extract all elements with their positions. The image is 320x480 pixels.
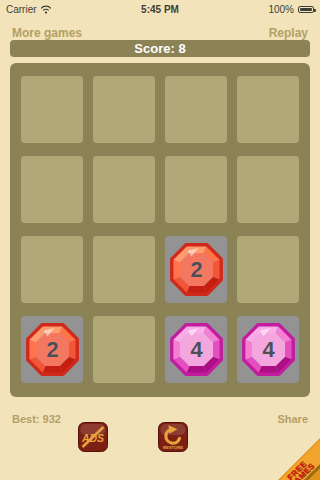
- no-ads-icon: ADS: [78, 422, 108, 452]
- empty-cell: [165, 76, 227, 143]
- more-games-button[interactable]: More games: [12, 26, 82, 40]
- nav-row: More games Replay: [12, 26, 308, 40]
- empty-cell: [93, 316, 155, 383]
- svg-text:2: 2: [46, 337, 58, 362]
- restore-label: RESTORE: [163, 445, 183, 450]
- empty-cell: [237, 236, 299, 303]
- battery-percent: 100%: [268, 4, 294, 15]
- battery-icon: [298, 6, 314, 13]
- empty-cell: [237, 156, 299, 223]
- empty-cell: [165, 156, 227, 223]
- tile-4: 4 4: [237, 316, 299, 383]
- svg-text:4: 4: [190, 337, 203, 362]
- empty-cell: [93, 76, 155, 143]
- restore-icon: RESTORE: [158, 422, 188, 452]
- empty-cell: [93, 236, 155, 303]
- status-bar: Carrier 5:45 PM 100%: [0, 0, 320, 20]
- tile-2: 2 2: [21, 316, 83, 383]
- tile-4: 4 4: [165, 316, 227, 383]
- board[interactable]: 2 2 2 2 4 4 4 4: [10, 63, 310, 397]
- empty-cell: [21, 236, 83, 303]
- best-score-label: Best: 932: [12, 413, 61, 425]
- restore-button[interactable]: RESTORE: [158, 422, 188, 452]
- svg-text:4: 4: [262, 337, 275, 362]
- empty-cell: [21, 156, 83, 223]
- score-banner: Score: 8: [10, 40, 310, 57]
- screen: Carrier 5:45 PM 100% More games Replay S…: [0, 0, 320, 480]
- tile-2: 2 2: [165, 236, 227, 303]
- no-ads-button[interactable]: ADS: [78, 422, 108, 452]
- share-button[interactable]: Share: [277, 413, 308, 425]
- replay-button[interactable]: Replay: [269, 26, 308, 40]
- svg-text:2: 2: [190, 257, 202, 282]
- empty-cell: [21, 76, 83, 143]
- empty-cell: [237, 76, 299, 143]
- empty-cell: [93, 156, 155, 223]
